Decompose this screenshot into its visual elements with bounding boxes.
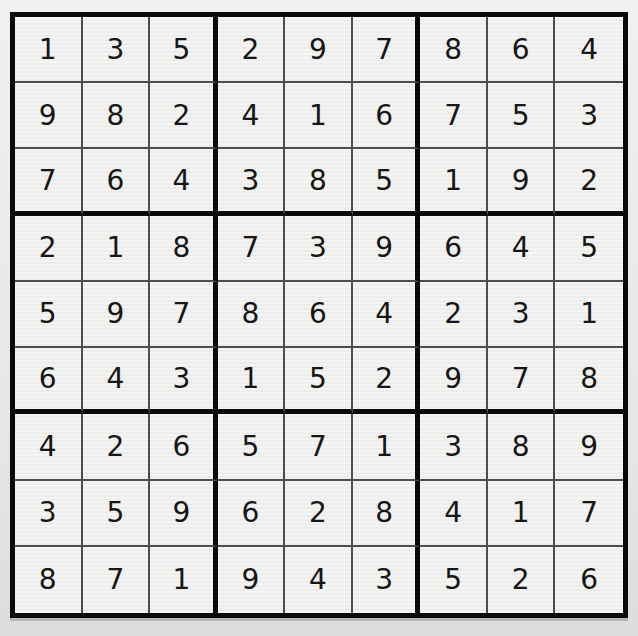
cell-r4c1[interactable]: 2 (15, 216, 83, 282)
cell-r7c7[interactable]: 3 (420, 414, 488, 480)
cell-r5c6[interactable]: 4 (353, 282, 421, 348)
cell-r4c2[interactable]: 1 (83, 216, 151, 282)
cell-r7c8[interactable]: 8 (488, 414, 556, 480)
cell-r1c7[interactable]: 8 (420, 17, 488, 83)
cell-r7c3[interactable]: 6 (150, 414, 218, 480)
cell-r2c1[interactable]: 9 (15, 83, 83, 149)
cell-r6c8[interactable]: 7 (488, 348, 556, 414)
cell-r8c4[interactable]: 6 (218, 481, 286, 547)
cell-r7c4[interactable]: 5 (218, 414, 286, 480)
cell-r7c6[interactable]: 1 (353, 414, 421, 480)
cell-r1c9[interactable]: 4 (555, 17, 623, 83)
cell-r2c8[interactable]: 5 (488, 83, 556, 149)
cell-r2c4[interactable]: 4 (218, 83, 286, 149)
cell-r3c3[interactable]: 4 (150, 149, 218, 215)
cell-r5c3[interactable]: 7 (150, 282, 218, 348)
cell-r9c6[interactable]: 3 (353, 547, 421, 613)
cell-r8c3[interactable]: 9 (150, 481, 218, 547)
cell-r2c3[interactable]: 2 (150, 83, 218, 149)
cell-r6c4[interactable]: 1 (218, 348, 286, 414)
cell-r9c2[interactable]: 7 (83, 547, 151, 613)
cell-r1c4[interactable]: 2 (218, 17, 286, 83)
cell-r7c5[interactable]: 7 (285, 414, 353, 480)
cell-r4c4[interactable]: 7 (218, 216, 286, 282)
cell-r1c8[interactable]: 6 (488, 17, 556, 83)
cell-r3c2[interactable]: 6 (83, 149, 151, 215)
cell-r9c3[interactable]: 1 (150, 547, 218, 613)
cell-r1c2[interactable]: 3 (83, 17, 151, 83)
cell-r3c1[interactable]: 7 (15, 149, 83, 215)
cell-r5c1[interactable]: 5 (15, 282, 83, 348)
cell-r6c6[interactable]: 2 (353, 348, 421, 414)
cell-r7c9[interactable]: 9 (555, 414, 623, 480)
cell-r4c5[interactable]: 3 (285, 216, 353, 282)
cell-r9c4[interactable]: 9 (218, 547, 286, 613)
cell-r5c9[interactable]: 1 (555, 282, 623, 348)
cell-r3c7[interactable]: 1 (420, 149, 488, 215)
cell-r8c8[interactable]: 1 (488, 481, 556, 547)
cell-r1c6[interactable]: 7 (353, 17, 421, 83)
cell-r6c2[interactable]: 4 (83, 348, 151, 414)
cell-r2c2[interactable]: 8 (83, 83, 151, 149)
cell-r1c5[interactable]: 9 (285, 17, 353, 83)
cell-r8c5[interactable]: 2 (285, 481, 353, 547)
cell-r6c5[interactable]: 5 (285, 348, 353, 414)
cell-r9c7[interactable]: 5 (420, 547, 488, 613)
cell-r9c1[interactable]: 8 (15, 547, 83, 613)
cell-r3c6[interactable]: 5 (353, 149, 421, 215)
cell-r5c2[interactable]: 9 (83, 282, 151, 348)
cell-r8c2[interactable]: 5 (83, 481, 151, 547)
cell-r1c1[interactable]: 1 (15, 17, 83, 83)
cell-r5c7[interactable]: 2 (420, 282, 488, 348)
cell-r1c3[interactable]: 5 (150, 17, 218, 83)
cell-r3c5[interactable]: 8 (285, 149, 353, 215)
cell-r4c7[interactable]: 6 (420, 216, 488, 282)
cell-r9c8[interactable]: 2 (488, 547, 556, 613)
cell-r2c9[interactable]: 3 (555, 83, 623, 149)
cell-r2c6[interactable]: 6 (353, 83, 421, 149)
cell-r7c2[interactable]: 2 (83, 414, 151, 480)
cell-r2c5[interactable]: 1 (285, 83, 353, 149)
cell-r2c7[interactable]: 7 (420, 83, 488, 149)
cell-r6c7[interactable]: 9 (420, 348, 488, 414)
cell-r9c5[interactable]: 4 (285, 547, 353, 613)
cell-r3c9[interactable]: 2 (555, 149, 623, 215)
cell-r8c9[interactable]: 7 (555, 481, 623, 547)
cell-r6c1[interactable]: 6 (15, 348, 83, 414)
cell-r5c4[interactable]: 8 (218, 282, 286, 348)
sudoku-board: 1352978649824167537643851922187396455978… (10, 12, 628, 618)
cell-r3c8[interactable]: 9 (488, 149, 556, 215)
cell-r4c8[interactable]: 4 (488, 216, 556, 282)
cell-r8c1[interactable]: 3 (15, 481, 83, 547)
cell-r8c7[interactable]: 4 (420, 481, 488, 547)
cell-r4c9[interactable]: 5 (555, 216, 623, 282)
cell-r5c5[interactable]: 6 (285, 282, 353, 348)
cell-r6c9[interactable]: 8 (555, 348, 623, 414)
cell-r9c9[interactable]: 6 (555, 547, 623, 613)
cell-r7c1[interactable]: 4 (15, 414, 83, 480)
cell-r4c6[interactable]: 9 (353, 216, 421, 282)
cell-r8c6[interactable]: 8 (353, 481, 421, 547)
cell-r3c4[interactable]: 3 (218, 149, 286, 215)
cell-r4c3[interactable]: 8 (150, 216, 218, 282)
cell-r5c8[interactable]: 3 (488, 282, 556, 348)
cell-r6c3[interactable]: 3 (150, 348, 218, 414)
